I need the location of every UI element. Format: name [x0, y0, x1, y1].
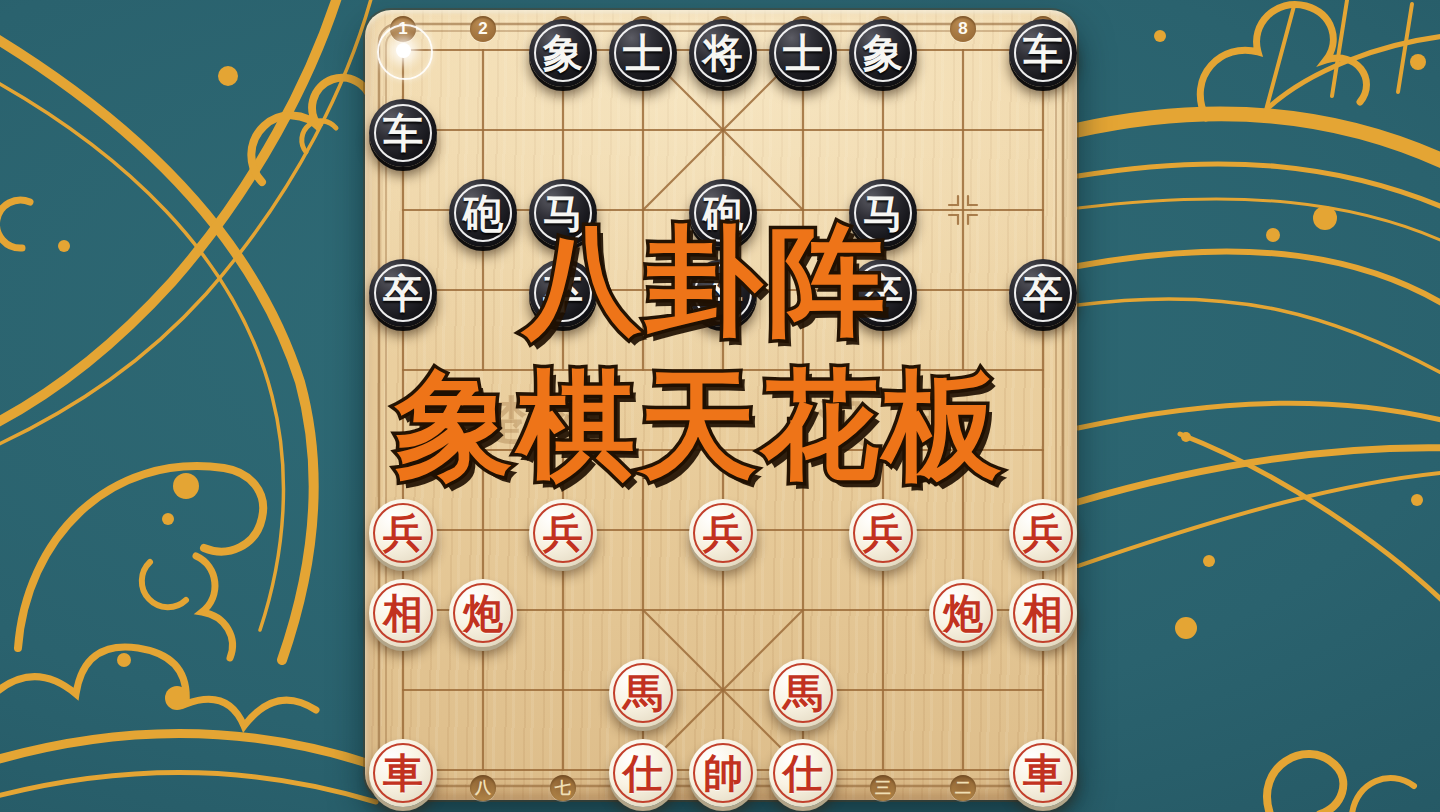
last-move-marker-dot: [396, 43, 411, 58]
piece-character: 相: [1009, 579, 1077, 647]
piece-black-cannon[interactable]: 砲: [689, 179, 757, 247]
piece-character: 砲: [689, 179, 757, 247]
piece-character: 馬: [609, 659, 677, 727]
top-column-label-2: 2: [470, 16, 496, 42]
river-text-left: 楚河: [477, 390, 629, 450]
piece-black-advisor[interactable]: 士: [609, 19, 677, 87]
piece-character: 相: [369, 579, 437, 647]
piece-red-pawn[interactable]: 兵: [849, 499, 917, 567]
piece-red-elephant[interactable]: 相: [369, 579, 437, 647]
piece-black-cannon[interactable]: 砲: [449, 179, 517, 247]
bottom-column-label-3: 七: [550, 775, 576, 801]
piece-character: 卒: [689, 259, 757, 327]
piece-red-advisor[interactable]: 仕: [609, 739, 677, 807]
piece-character: 车: [1009, 19, 1077, 87]
piece-character: 兵: [849, 499, 917, 567]
piece-character: 车: [369, 99, 437, 167]
piece-character: 将: [689, 19, 757, 87]
piece-character: 象: [529, 19, 597, 87]
gold-wave-decoration-right: [1078, 0, 1440, 812]
piece-red-pawn[interactable]: 兵: [529, 499, 597, 567]
piece-black-advisor[interactable]: 士: [769, 19, 837, 87]
piece-character: 炮: [929, 579, 997, 647]
piece-red-advisor[interactable]: 仕: [769, 739, 837, 807]
bottom-column-label-8: 二: [950, 775, 976, 801]
piece-character: 兵: [529, 499, 597, 567]
piece-red-rook[interactable]: 車: [369, 739, 437, 807]
piece-character: 象: [849, 19, 917, 87]
piece-red-cannon[interactable]: 炮: [929, 579, 997, 647]
piece-character: 車: [369, 739, 437, 807]
piece-black-king[interactable]: 将: [689, 19, 757, 87]
piece-character: 兵: [689, 499, 757, 567]
piece-red-pawn[interactable]: 兵: [369, 499, 437, 567]
piece-character: 卒: [369, 259, 437, 327]
piece-character: 仕: [769, 739, 837, 807]
top-column-label-8: 8: [950, 16, 976, 42]
piece-character: 車: [1009, 739, 1077, 807]
river-text-right: 汉界: [817, 392, 969, 452]
screenshot-root: 楚河 汉界 123456789九八七六五四三二一 象士将士象车车砲马砲马卒卒卒卒…: [0, 0, 1440, 812]
piece-red-horse[interactable]: 馬: [609, 659, 677, 727]
piece-red-pawn[interactable]: 兵: [689, 499, 757, 567]
piece-black-horse[interactable]: 马: [529, 179, 597, 247]
piece-black-pawn[interactable]: 卒: [849, 259, 917, 327]
piece-character: 马: [529, 179, 597, 247]
piece-character: 士: [609, 19, 677, 87]
piece-black-horse[interactable]: 马: [849, 179, 917, 247]
piece-black-elephant[interactable]: 象: [849, 19, 917, 87]
piece-character: 兵: [1009, 499, 1077, 567]
xiangqi-board[interactable]: 楚河 汉界 123456789九八七六五四三二一 象士将士象车车砲马砲马卒卒卒卒…: [365, 10, 1077, 800]
piece-red-king[interactable]: 帥: [689, 739, 757, 807]
piece-character: 卒: [529, 259, 597, 327]
piece-black-pawn[interactable]: 卒: [689, 259, 757, 327]
piece-character: 帥: [689, 739, 757, 807]
piece-character: 炮: [449, 579, 517, 647]
piece-red-cannon[interactable]: 炮: [449, 579, 517, 647]
piece-character: 馬: [769, 659, 837, 727]
piece-character: 仕: [609, 739, 677, 807]
piece-black-elephant[interactable]: 象: [529, 19, 597, 87]
piece-black-rook[interactable]: 车: [1009, 19, 1077, 87]
piece-black-rook[interactable]: 车: [369, 99, 437, 167]
piece-black-pawn[interactable]: 卒: [369, 259, 437, 327]
piece-character: 马: [849, 179, 917, 247]
piece-black-pawn[interactable]: 卒: [529, 259, 597, 327]
piece-red-rook[interactable]: 車: [1009, 739, 1077, 807]
piece-character: 卒: [1009, 259, 1077, 327]
piece-character: 兵: [369, 499, 437, 567]
gold-wave-decoration-left: [0, 0, 376, 802]
bottom-column-label-7: 三: [870, 775, 896, 801]
bottom-column-label-2: 八: [470, 775, 496, 801]
piece-red-horse[interactable]: 馬: [769, 659, 837, 727]
piece-character: 士: [769, 19, 837, 87]
piece-black-pawn[interactable]: 卒: [1009, 259, 1077, 327]
board-grid: [365, 10, 1077, 800]
piece-red-elephant[interactable]: 相: [1009, 579, 1077, 647]
piece-red-pawn[interactable]: 兵: [1009, 499, 1077, 567]
piece-character: 砲: [449, 179, 517, 247]
piece-character: 卒: [849, 259, 917, 327]
